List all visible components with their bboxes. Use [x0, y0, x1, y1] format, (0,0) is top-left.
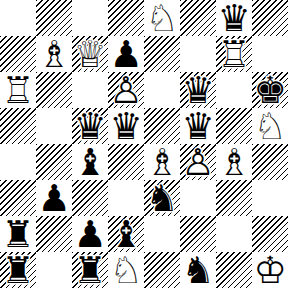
square-e2[interactable]	[144, 216, 180, 252]
piece-halo: ♝	[216, 144, 252, 180]
piece-halo: ♜	[72, 252, 108, 288]
piece-halo: ♝	[36, 36, 72, 72]
square-d3[interactable]	[108, 180, 144, 216]
square-a6[interactable]: ♜♖	[0, 72, 36, 108]
square-c3[interactable]	[72, 180, 108, 216]
square-b6[interactable]	[36, 72, 72, 108]
black-pawn: ♟	[108, 36, 144, 72]
piece-halo: ♚	[252, 252, 288, 288]
piece-halo: ♜	[216, 36, 252, 72]
square-h1[interactable]: ♚♔	[252, 252, 288, 288]
black-queen: ♛	[72, 108, 108, 144]
piece-halo: ♞	[252, 108, 288, 144]
piece-halo: ♞	[144, 180, 180, 216]
black-rook: ♜	[0, 252, 36, 288]
white-bishop: ♗	[216, 144, 252, 180]
square-e6[interactable]	[144, 72, 180, 108]
square-d8[interactable]	[108, 0, 144, 36]
square-f3[interactable]	[180, 180, 216, 216]
square-d2[interactable]: ♝♝	[108, 216, 144, 252]
black-pawn: ♟	[36, 180, 72, 216]
square-h8[interactable]	[252, 0, 288, 36]
square-b3[interactable]: ♟♟	[36, 180, 72, 216]
black-king: ♚	[252, 72, 288, 108]
square-b8[interactable]	[36, 0, 72, 36]
piece-halo: ♝	[108, 216, 144, 252]
black-pawn: ♟	[72, 216, 108, 252]
piece-halo: ♛	[108, 108, 144, 144]
square-g2[interactable]	[216, 216, 252, 252]
piece-halo: ♜	[0, 72, 36, 108]
square-g1[interactable]	[216, 252, 252, 288]
square-h5[interactable]: ♞♘	[252, 108, 288, 144]
square-h2[interactable]	[252, 216, 288, 252]
square-c8[interactable]	[72, 0, 108, 36]
square-e3[interactable]: ♞♞	[144, 180, 180, 216]
black-rook: ♜	[72, 252, 108, 288]
square-h3[interactable]	[252, 180, 288, 216]
white-king: ♔	[252, 252, 288, 288]
piece-halo: ♝	[144, 144, 180, 180]
square-d7[interactable]: ♟♟	[108, 36, 144, 72]
square-g8[interactable]: ♛♛	[216, 0, 252, 36]
square-c4[interactable]: ♝♝	[72, 144, 108, 180]
white-knight: ♘	[252, 108, 288, 144]
square-a5[interactable]	[0, 108, 36, 144]
square-f8[interactable]	[180, 0, 216, 36]
piece-halo: ♟	[180, 144, 216, 180]
black-bishop: ♝	[72, 144, 108, 180]
piece-halo: ♛	[216, 0, 252, 36]
square-g4[interactable]: ♝♗	[216, 144, 252, 180]
square-a7[interactable]	[0, 36, 36, 72]
black-rook: ♜	[0, 216, 36, 252]
square-c7[interactable]: ♛♕	[72, 36, 108, 72]
white-pawn: ♙	[108, 72, 144, 108]
square-f4[interactable]: ♟♙	[180, 144, 216, 180]
square-c6[interactable]	[72, 72, 108, 108]
white-queen: ♕	[72, 36, 108, 72]
black-queen: ♛	[108, 108, 144, 144]
square-f6[interactable]: ♛♛	[180, 72, 216, 108]
white-rook: ♖	[0, 72, 36, 108]
piece-halo: ♞	[144, 0, 180, 36]
piece-halo: ♟	[36, 180, 72, 216]
square-e4[interactable]: ♝♗	[144, 144, 180, 180]
piece-halo: ♟	[108, 72, 144, 108]
white-knight: ♘	[108, 252, 144, 288]
piece-halo: ♞	[180, 252, 216, 288]
chess-board: ♞♘♛♛♝♗♛♕♟♟♜♖♜♖♟♙♛♛♚♚♛♛♛♛♛♛♞♘♝♝♝♗♟♙♝♗♟♟♞♞…	[0, 0, 288, 288]
square-a1[interactable]: ♜♜	[0, 252, 36, 288]
square-e1[interactable]	[144, 252, 180, 288]
square-f2[interactable]	[180, 216, 216, 252]
square-b7[interactable]: ♝♗	[36, 36, 72, 72]
square-h4[interactable]	[252, 144, 288, 180]
square-g3[interactable]	[216, 180, 252, 216]
black-knight: ♞	[144, 180, 180, 216]
piece-halo: ♛	[72, 108, 108, 144]
square-h6[interactable]: ♚♚	[252, 72, 288, 108]
square-c2[interactable]: ♟♟	[72, 216, 108, 252]
square-e5[interactable]	[144, 108, 180, 144]
piece-halo: ♛	[72, 36, 108, 72]
piece-halo: ♚	[252, 72, 288, 108]
square-d1[interactable]: ♞♘	[108, 252, 144, 288]
black-knight: ♞	[180, 252, 216, 288]
square-d5[interactable]: ♛♛	[108, 108, 144, 144]
square-d4[interactable]	[108, 144, 144, 180]
white-bishop: ♗	[36, 36, 72, 72]
black-queen: ♛	[180, 72, 216, 108]
white-knight: ♘	[144, 0, 180, 36]
square-b2[interactable]	[36, 216, 72, 252]
square-g6[interactable]	[216, 72, 252, 108]
square-f7[interactable]	[180, 36, 216, 72]
black-queen: ♛	[216, 0, 252, 36]
piece-halo: ♛	[180, 72, 216, 108]
square-e7[interactable]	[144, 36, 180, 72]
black-queen: ♛	[180, 108, 216, 144]
white-pawn: ♙	[180, 144, 216, 180]
piece-halo: ♝	[72, 144, 108, 180]
square-f1[interactable]: ♞♞	[180, 252, 216, 288]
piece-halo: ♛	[180, 108, 216, 144]
piece-halo: ♟	[108, 36, 144, 72]
black-bishop: ♝	[108, 216, 144, 252]
white-rook: ♖	[216, 36, 252, 72]
square-g5[interactable]	[216, 108, 252, 144]
square-b5[interactable]	[36, 108, 72, 144]
square-g7[interactable]: ♜♖	[216, 36, 252, 72]
piece-halo: ♟	[72, 216, 108, 252]
piece-halo: ♞	[108, 252, 144, 288]
square-e8[interactable]: ♞♘	[144, 0, 180, 36]
square-b1[interactable]	[36, 252, 72, 288]
piece-halo: ♜	[0, 216, 36, 252]
white-bishop: ♗	[144, 144, 180, 180]
square-a4[interactable]	[0, 144, 36, 180]
square-c5[interactable]: ♛♛	[72, 108, 108, 144]
square-h7[interactable]	[252, 36, 288, 72]
square-b4[interactable]	[36, 144, 72, 180]
square-c1[interactable]: ♜♜	[72, 252, 108, 288]
square-a3[interactable]	[0, 180, 36, 216]
square-a2[interactable]: ♜♜	[0, 216, 36, 252]
piece-halo: ♜	[0, 252, 36, 288]
square-a8[interactable]	[0, 0, 36, 36]
square-f5[interactable]: ♛♛	[180, 108, 216, 144]
square-d6[interactable]: ♟♙	[108, 72, 144, 108]
